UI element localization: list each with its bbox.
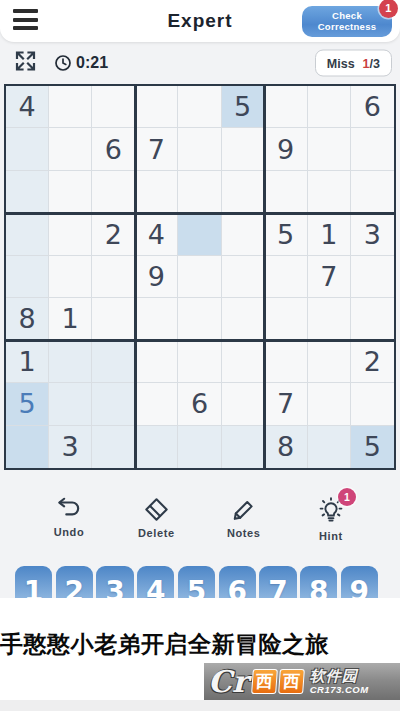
sudoku-cell-r1c2[interactable] [49,86,92,128]
sudoku-cell-r7c2[interactable] [49,341,92,383]
sudoku-cell-r3c6[interactable] [222,171,265,213]
watermark-cr: Cr [208,667,248,697]
sudoku-cell-r1c5[interactable] [178,86,221,128]
sudoku-cell-r1c4[interactable] [135,86,178,128]
sudoku-cell-r7c3[interactable] [92,341,135,383]
sudoku-cell-r9c4[interactable] [135,426,178,468]
sudoku-cell-r9c1[interactable] [6,426,49,468]
toolbar: Undo Delete Notes [0,488,400,552]
fullscreen-icon[interactable] [14,50,37,77]
ad-text: 手憨憨小老弟开启全新冒险之旅 [0,629,329,660]
sudoku-grid: 45667924513978112567385 [6,86,394,468]
miss-label: Miss [327,56,355,70]
sudoku-cell-r3c9[interactable] [351,171,394,213]
undo-button[interactable]: Undo [38,488,100,552]
pencil-icon [230,496,257,523]
sudoku-app: Expert Check Correctness 1 0:21 Miss [0,0,400,711]
check-button-line2: Correctness [318,21,377,32]
sudoku-cell-r1c6[interactable]: 5 [222,86,265,128]
sudoku-cell-r1c8[interactable] [308,86,351,128]
sudoku-cell-r4c1[interactable] [6,213,49,255]
miss-value: 1/3 [363,56,380,70]
sudoku-cell-r2c5[interactable] [178,128,221,170]
hint-label: Hint [319,530,343,542]
sudoku-cell-r5c4[interactable]: 9 [135,256,178,298]
timer: 0:21 [54,54,108,72]
sudoku-cell-r6c5[interactable] [178,298,221,340]
sudoku-cell-r6c4[interactable] [135,298,178,340]
notes-button[interactable]: Notes [213,488,275,552]
notes-label: Notes [227,527,261,539]
sudoku-cell-r6c7[interactable] [265,298,308,340]
sudoku-cell-r2c4[interactable]: 7 [135,128,178,170]
sudoku-cell-r4c3[interactable]: 2 [92,213,135,255]
sudoku-cell-r2c1[interactable] [6,128,49,170]
undo-icon [55,496,83,522]
sudoku-cell-r8c3[interactable] [92,383,135,425]
sudoku-cell-r6c9[interactable] [351,298,394,340]
bottom-strip [0,700,400,711]
sudoku-cell-r1c9[interactable]: 6 [351,86,394,128]
sudoku-cell-r8c1[interactable]: 5 [6,383,49,425]
check-button-line1: Check [332,10,362,21]
sudoku-cell-r9c2[interactable]: 3 [49,426,92,468]
sudoku-cell-r6c1[interactable]: 8 [6,298,49,340]
sudoku-cell-r7c5[interactable] [178,341,221,383]
watermark-site: CR173.COM [310,685,369,695]
sudoku-cell-r5c3[interactable] [92,256,135,298]
sudoku-cell-r4c4[interactable]: 4 [135,213,178,255]
sudoku-cell-r1c7[interactable] [265,86,308,128]
sudoku-cell-r3c3[interactable] [92,171,135,213]
miss-counter: Miss 1/3 [315,50,392,77]
sudoku-cell-r7c7[interactable] [265,341,308,383]
sudoku-cell-r5c8[interactable]: 7 [308,256,351,298]
watermark-xi-tile-1: 西 [251,669,278,694]
sudoku-cell-r4c2[interactable] [49,213,92,255]
clock-icon [54,54,72,72]
sudoku-cell-r2c2[interactable] [49,128,92,170]
sudoku-cell-r2c7[interactable]: 9 [265,128,308,170]
sudoku-cell-r9c6[interactable] [222,426,265,468]
sudoku-cell-r2c6[interactable] [222,128,265,170]
sudoku-cell-r5c5[interactable] [178,256,221,298]
timer-value: 0:21 [76,54,108,72]
sudoku-cell-r8c4[interactable] [135,383,178,425]
sudoku-cell-r6c8[interactable] [308,298,351,340]
sudoku-cell-r3c1[interactable] [6,171,49,213]
sudoku-cell-r8c8[interactable] [308,383,351,425]
watermark-name: 软件园 [310,668,369,683]
sudoku-cell-r4c7[interactable]: 5 [265,213,308,255]
status-bar: 0:21 Miss 1/3 [0,42,400,84]
hint-badge: 1 [338,488,356,506]
sudoku-cell-r8c9[interactable] [351,383,394,425]
delete-button[interactable]: Delete [125,488,187,552]
sudoku-cell-r9c5[interactable] [178,426,221,468]
delete-label: Delete [138,527,175,539]
sudoku-cell-r4c9[interactable]: 3 [351,213,394,255]
sudoku-cell-r6c6[interactable] [222,298,265,340]
sudoku-cell-r6c2[interactable]: 1 [49,298,92,340]
sudoku-cell-r3c8[interactable] [308,171,351,213]
header: Expert Check Correctness 1 [0,0,400,42]
undo-label: Undo [54,526,85,538]
sudoku-cell-r9c3[interactable] [92,426,135,468]
sudoku-cell-r1c1[interactable]: 4 [6,86,49,128]
sudoku-cell-r8c2[interactable] [49,383,92,425]
sudoku-cell-r7c9[interactable]: 2 [351,341,394,383]
sudoku-cell-r7c1[interactable]: 1 [6,341,49,383]
sudoku-cell-r4c8[interactable]: 1 [308,213,351,255]
sudoku-cell-r5c1[interactable] [6,256,49,298]
sudoku-cell-r2c3[interactable]: 6 [92,128,135,170]
sudoku-cell-r9c8[interactable] [308,426,351,468]
sudoku-cell-r8c5[interactable]: 6 [178,383,221,425]
sudoku-cell-r1c3[interactable] [92,86,135,128]
ad-panel: 手憨憨小老弟开启全新冒险之旅 Cr 西 西 软件园 CR173.COM [0,598,400,711]
watermark-logo: Cr 西 西 软件园 CR173.COM [204,663,400,700]
sudoku-cell-r2c9[interactable] [351,128,394,170]
sudoku-cell-r7c4[interactable] [135,341,178,383]
sudoku-cell-r7c6[interactable] [222,341,265,383]
sudoku-cell-r9c7[interactable]: 8 [265,426,308,468]
sudoku-cell-r4c5[interactable] [178,213,221,255]
sudoku-cell-r3c5[interactable] [178,171,221,213]
sudoku-cell-r5c2[interactable] [49,256,92,298]
sudoku-cell-r7c8[interactable] [308,341,351,383]
sudoku-cell-r5c9[interactable] [351,256,394,298]
sudoku-cell-r5c6[interactable] [222,256,265,298]
sudoku-cell-r3c2[interactable] [49,171,92,213]
sudoku-cell-r8c7[interactable]: 7 [265,383,308,425]
hint-button[interactable]: 1 Hint [300,488,362,552]
eraser-icon [143,496,170,523]
sudoku-cell-r8c6[interactable] [222,383,265,425]
sudoku-cell-r6c3[interactable] [92,298,135,340]
sudoku-cell-r3c7[interactable] [265,171,308,213]
sudoku-cell-r3c4[interactable] [135,171,178,213]
sudoku-cell-r9c9[interactable]: 5 [351,426,394,468]
check-correctness-button[interactable]: Check Correctness 1 [302,6,392,37]
sudoku-board: 45667924513978112567385 [4,84,396,470]
watermark-xi-tile-2: 西 [278,669,305,694]
sudoku-cell-r5c7[interactable] [265,256,308,298]
sudoku-cell-r4c6[interactable] [222,213,265,255]
sudoku-cell-r2c8[interactable] [308,128,351,170]
